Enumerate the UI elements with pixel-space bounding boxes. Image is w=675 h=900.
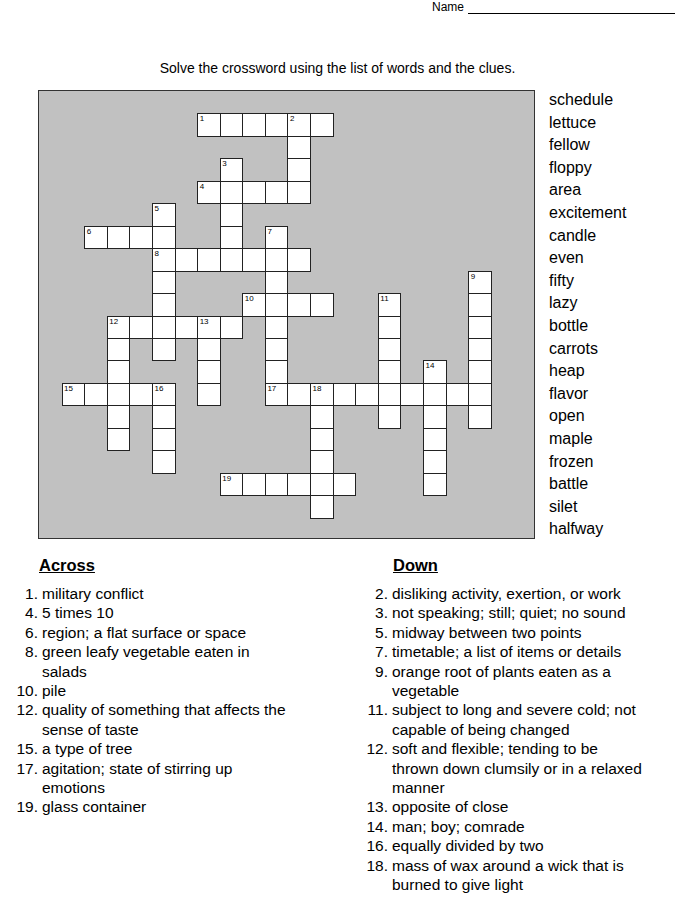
grid-cell[interactable] — [287, 383, 311, 407]
grid-cell[interactable] — [378, 338, 402, 362]
name-blank-line[interactable] — [468, 1, 675, 14]
grid-cell[interactable] — [468, 360, 492, 384]
cell-clue-number: 7 — [267, 227, 271, 236]
grid-cell[interactable] — [175, 248, 199, 272]
grid-cell[interactable]: 15 — [62, 383, 86, 407]
clue-text: midway between two points — [392, 623, 644, 642]
grid-cell[interactable] — [220, 226, 244, 250]
grid-cell[interactable]: 17 — [265, 383, 289, 407]
grid-cell[interactable] — [242, 473, 266, 497]
clue-item: 14.man; boy; comrade — [354, 817, 675, 836]
grid-cell[interactable] — [378, 383, 402, 407]
grid-cell[interactable] — [310, 428, 334, 452]
word-bank-item: lettuce — [549, 112, 626, 135]
grid-cell[interactable] — [287, 473, 311, 497]
word-bank-item: area — [549, 179, 626, 202]
word-bank-item: even — [549, 247, 626, 270]
clue-text: man; boy; comrade — [392, 817, 644, 836]
clue-number-label: 10. — [8, 681, 38, 700]
clue-number-label: 8. — [8, 642, 38, 681]
clue-item: 5.midway between two points — [354, 623, 675, 642]
grid-cell[interactable] — [310, 293, 334, 317]
cell-clue-number: 5 — [154, 204, 158, 213]
word-bank-item: carrots — [549, 338, 626, 361]
grid-cell[interactable] — [107, 360, 131, 384]
grid-cell[interactable] — [287, 181, 311, 205]
grid-cell[interactable] — [197, 360, 221, 384]
cell-clue-number: 2 — [290, 114, 294, 123]
grid-cell[interactable] — [220, 181, 244, 205]
cell-clue-number: 14 — [426, 361, 435, 370]
clue-item: 11.subject to long and severe cold; not … — [354, 700, 675, 739]
cell-clue-number: 11 — [380, 294, 388, 303]
clue-text: disliking activity, exertion, or work — [392, 584, 644, 603]
grid-cell[interactable] — [107, 338, 131, 362]
grid-cell[interactable]: 10 — [242, 293, 266, 317]
word-bank-item: maple — [549, 428, 626, 451]
grid-cell[interactable] — [152, 293, 176, 317]
grid-cell[interactable]: 5 — [152, 203, 176, 227]
cell-clue-number: 1 — [200, 114, 204, 123]
grid-cell[interactable] — [355, 383, 379, 407]
clue-text: 5 times 10 — [42, 603, 290, 622]
clue-item: 13.opposite of close — [354, 797, 675, 816]
down-clues-section: Down 2.disliking activity, exertion, or … — [354, 556, 675, 895]
grid-cell[interactable] — [468, 383, 492, 407]
across-clue-list: 1.military conflict4.5 times 106.region;… — [8, 584, 338, 817]
grid-cell[interactable] — [423, 405, 447, 429]
across-clues-section: Across 1.military conflict4.5 times 106.… — [8, 556, 338, 817]
clue-item: 16.equally divided by two — [354, 836, 675, 855]
grid-cell[interactable]: 7 — [265, 226, 289, 250]
cell-clue-number: 15 — [64, 384, 73, 393]
grid-cell[interactable] — [129, 226, 153, 250]
grid-cell[interactable] — [84, 383, 108, 407]
grid-cell[interactable] — [107, 405, 131, 429]
crossword-grid: 12345678910111213141516171819 — [38, 90, 535, 539]
grid-cell[interactable] — [468, 293, 492, 317]
clue-number-label: 16. — [354, 836, 388, 855]
grid-cell[interactable] — [152, 271, 176, 295]
grid-cell[interactable] — [287, 136, 311, 160]
clue-text: soft and flexible; tending to be thrown … — [392, 739, 644, 797]
clue-number-label: 19. — [8, 797, 38, 816]
cell-clue-number: 4 — [200, 182, 204, 191]
instruction-text: Solve the crossword using the list of wo… — [0, 60, 675, 76]
across-heading: Across — [39, 556, 338, 575]
clue-text: glass container — [42, 797, 290, 816]
word-bank-item: schedule — [549, 89, 626, 112]
grid-cell[interactable]: 3 — [220, 158, 244, 182]
cell-clue-number: 16 — [154, 384, 163, 393]
word-bank-item: flavor — [549, 383, 626, 406]
word-bank-item: bottle — [549, 315, 626, 338]
grid-cell[interactable] — [287, 293, 311, 317]
clue-number-label: 5. — [354, 623, 388, 642]
grid-cell[interactable] — [468, 338, 492, 362]
grid-cell[interactable] — [265, 271, 289, 295]
grid-cell[interactable]: 1 — [197, 113, 221, 137]
word-bank-item: heap — [549, 360, 626, 383]
grid-cell[interactable] — [378, 405, 402, 429]
clue-number-label: 9. — [354, 662, 388, 701]
clue-item: 8.green leafy vegetable eaten in salads — [8, 642, 338, 681]
grid-cell[interactable] — [333, 383, 357, 407]
clue-text: pile — [42, 681, 290, 700]
clue-text: military conflict — [42, 584, 290, 603]
cell-clue-number: 9 — [471, 272, 475, 281]
clue-item: 4.5 times 10 — [8, 603, 338, 622]
clue-item: 17.agitation; state of stirring up emoti… — [8, 759, 338, 798]
grid-cell[interactable] — [242, 248, 266, 272]
clue-item: 12.quality of something that affects the… — [8, 700, 338, 739]
clue-item: 3.not speaking; still; quiet; no sound — [354, 603, 675, 622]
clue-text: opposite of close — [392, 797, 644, 816]
grid-cell[interactable] — [197, 383, 221, 407]
clue-item: 2.disliking activity, exertion, or work — [354, 584, 675, 603]
clue-number-label: 13. — [354, 797, 388, 816]
grid-cell[interactable] — [310, 405, 334, 429]
word-bank-item: candle — [549, 225, 626, 248]
grid-cell[interactable] — [423, 450, 447, 474]
word-bank-item: open — [549, 405, 626, 428]
cell-clue-number: 17 — [267, 384, 276, 393]
grid-cell[interactable]: 4 — [197, 181, 221, 205]
grid-cell[interactable] — [242, 181, 266, 205]
clue-number-label: 6. — [8, 623, 38, 642]
cell-clue-number: 3 — [222, 159, 226, 168]
grid-cell[interactable]: 16 — [152, 383, 176, 407]
grid-cell[interactable] — [175, 316, 199, 340]
grid-cell[interactable]: 8 — [152, 248, 176, 272]
word-bank-item: silet — [549, 496, 626, 519]
clue-item: 10.pile — [8, 681, 338, 700]
grid-cell[interactable] — [197, 338, 221, 362]
clue-item: 18.mass of wax around a wick that is bur… — [354, 856, 675, 895]
clue-text: subject to long and severe cold; not cap… — [392, 700, 644, 739]
grid-cell[interactable] — [265, 293, 289, 317]
clue-number-label: 12. — [354, 739, 388, 797]
clue-item: 7.timetable; a list of items or details — [354, 642, 675, 661]
grid-cell[interactable] — [310, 113, 334, 137]
grid-cell[interactable] — [265, 360, 289, 384]
cell-clue-number: 12 — [109, 317, 118, 326]
grid-cell[interactable] — [265, 338, 289, 362]
clue-text: equally divided by two — [392, 836, 644, 855]
clue-number-label: 4. — [8, 603, 38, 622]
grid-cell[interactable]: 12 — [107, 316, 131, 340]
clue-number-label: 18. — [354, 856, 388, 895]
word-bank: schedulelettucefellowfloppyareaexcitemen… — [549, 89, 626, 541]
grid-cell[interactable]: 14 — [423, 360, 447, 384]
grid-cell[interactable] — [378, 360, 402, 384]
word-bank-item: lazy — [549, 292, 626, 315]
word-bank-item: battle — [549, 473, 626, 496]
clue-number-label: 3. — [354, 603, 388, 622]
grid-cell[interactable] — [287, 248, 311, 272]
grid-cell[interactable] — [423, 383, 447, 407]
grid-cell[interactable] — [129, 383, 153, 407]
clue-text: agitation; state of stirring up emotions — [42, 759, 290, 798]
cell-clue-number: 13 — [200, 317, 209, 326]
name-label: Name — [432, 1, 464, 14]
clue-item: 9.orange root of plants eaten as a veget… — [354, 662, 675, 701]
clue-text: mass of wax around a wick that is burned… — [392, 856, 644, 895]
grid-cell[interactable] — [152, 226, 176, 250]
grid-cell[interactable] — [446, 383, 470, 407]
word-bank-item: excitement — [549, 202, 626, 225]
clue-item: 6.region; a flat surface or space — [8, 623, 338, 642]
grid-cell[interactable]: 11 — [378, 293, 402, 317]
grid-cell[interactable] — [265, 181, 289, 205]
grid-cell[interactable]: 19 — [220, 473, 244, 497]
grid-cell[interactable] — [152, 450, 176, 474]
clue-text: quality of something that affects the se… — [42, 700, 290, 739]
grid-cell[interactable] — [378, 316, 402, 340]
grid-cell[interactable] — [129, 316, 153, 340]
grid-cell[interactable] — [423, 473, 447, 497]
grid-cell[interactable] — [333, 473, 357, 497]
name-field: Name — [432, 1, 675, 14]
cell-clue-number: 8 — [154, 249, 158, 258]
grid-cell[interactable] — [468, 405, 492, 429]
grid-cell[interactable] — [468, 316, 492, 340]
word-bank-item: frozen — [549, 451, 626, 474]
cell-clue-number: 6 — [87, 227, 91, 236]
grid-cell[interactable] — [287, 158, 311, 182]
grid-cell[interactable]: 2 — [287, 113, 311, 137]
clue-text: green leafy vegetable eaten in salads — [42, 642, 290, 681]
grid-cell[interactable] — [310, 473, 334, 497]
cell-clue-number: 19 — [222, 474, 231, 483]
grid-cell[interactable] — [152, 428, 176, 452]
grid-cell[interactable] — [400, 383, 424, 407]
clue-number-label: 2. — [354, 584, 388, 603]
clue-item: 15.a type of tree — [8, 739, 338, 758]
grid-cell[interactable] — [265, 113, 289, 137]
grid-cell[interactable] — [220, 248, 244, 272]
clue-item: 1.military conflict — [8, 584, 338, 603]
down-clue-list: 2.disliking activity, exertion, or work3… — [354, 584, 675, 895]
clue-item: 19.glass container — [8, 797, 338, 816]
clue-number-label: 17. — [8, 759, 38, 798]
grid-cell[interactable] — [152, 316, 176, 340]
clue-number-label: 11. — [354, 700, 388, 739]
grid-cell[interactable] — [265, 473, 289, 497]
grid-cell[interactable] — [107, 428, 131, 452]
grid-cell[interactable] — [220, 316, 244, 340]
grid-cell[interactable]: 18 — [310, 383, 334, 407]
clue-number-label: 14. — [354, 817, 388, 836]
grid-cell[interactable] — [265, 316, 289, 340]
clue-text: region; a flat surface or space — [42, 623, 290, 642]
grid-cell[interactable]: 9 — [468, 271, 492, 295]
clue-item: 12.soft and flexible; tending to be thro… — [354, 739, 675, 797]
grid-cell[interactable] — [310, 495, 334, 519]
cell-clue-number: 18 — [313, 384, 322, 393]
grid-cell[interactable]: 6 — [84, 226, 108, 250]
grid-cell[interactable] — [152, 338, 176, 362]
grid-cell[interactable]: 13 — [197, 316, 221, 340]
word-bank-item: halfway — [549, 518, 626, 541]
clue-number-label: 7. — [354, 642, 388, 661]
cell-clue-number: 10 — [245, 294, 254, 303]
down-heading: Down — [393, 556, 675, 575]
grid-cell[interactable] — [107, 226, 131, 250]
clue-number-label: 12. — [8, 700, 38, 739]
clue-text: not speaking; still; quiet; no sound — [392, 603, 644, 622]
word-bank-item: fifty — [549, 270, 626, 293]
grid-cell[interactable] — [310, 450, 334, 474]
word-bank-item: fellow — [549, 134, 626, 157]
grid-cell[interactable] — [242, 113, 266, 137]
clue-number-label: 15. — [8, 739, 38, 758]
grid-cell[interactable] — [220, 113, 244, 137]
grid-cell[interactable] — [220, 203, 244, 227]
grid-cell[interactable] — [107, 383, 131, 407]
clue-text: orange root of plants eaten as a vegetab… — [392, 662, 644, 701]
clue-text: timetable; a list of items or details — [392, 642, 644, 661]
clue-number-label: 1. — [8, 584, 38, 603]
grid-cell[interactable] — [265, 248, 289, 272]
grid-cell[interactable] — [423, 428, 447, 452]
word-bank-item: floppy — [549, 157, 626, 180]
clue-text: a type of tree — [42, 739, 290, 758]
grid-cell[interactable] — [197, 248, 221, 272]
grid-cell[interactable] — [152, 405, 176, 429]
